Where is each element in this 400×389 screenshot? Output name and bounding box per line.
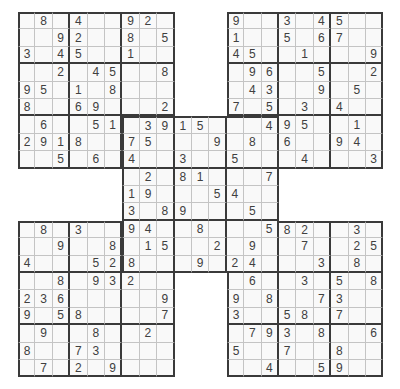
sudoku-cell-top_left-r1c3[interactable] <box>53 12 70 29</box>
sudoku-cell-top_right-r5c9[interactable] <box>366 82 383 99</box>
sudoku-cell-top_right-r7c6[interactable] <box>314 116 331 133</box>
sudoku-cell-top_right-r3c4[interactable] <box>279 47 296 64</box>
sudoku-cell-bottom_right-r9c8[interactable] <box>349 360 366 377</box>
sudoku-cell-top_right-r1c5[interactable] <box>296 12 313 29</box>
sudoku-cell-center-r2c9[interactable] <box>262 134 279 151</box>
sudoku-cell-top_left-r1c5[interactable] <box>88 12 105 29</box>
sudoku-cell-center-r6c5[interactable] <box>192 203 209 220</box>
sudoku-cell-top_right-r9c5: 4 <box>296 151 313 168</box>
sudoku-cell-bottom_left-r9c1[interactable] <box>18 360 35 377</box>
sudoku-cell-bottom_right-r6c5: 8 <box>296 308 313 325</box>
sudoku-cell-top_left-r4c2[interactable] <box>35 64 52 81</box>
sudoku-cell-center-r7c9: 5 <box>262 221 279 238</box>
sudoku-cell-bottom_left-r2c6: 8 <box>105 238 122 255</box>
sudoku-cell-center-r1c7[interactable] <box>227 116 244 133</box>
sudoku-cell-top_left-r2c8[interactable] <box>140 29 157 46</box>
sudoku-cell-top_left-r2c5[interactable] <box>88 29 105 46</box>
sudoku-cell-top_left-r1c9[interactable] <box>157 12 174 29</box>
sudoku-cell-center-r6c9[interactable] <box>262 203 279 220</box>
sudoku-cell-top_left-r2c2[interactable] <box>35 29 52 46</box>
sudoku-cell-center-r2c3[interactable] <box>157 134 174 151</box>
sudoku-cell-center-r6c7[interactable] <box>227 203 244 220</box>
sudoku-cell-bottom_left-r8c9[interactable] <box>157 343 174 360</box>
sudoku-cell-top_left-r1c6[interactable] <box>105 12 122 29</box>
sudoku-cell-top_left-r3c2[interactable] <box>35 47 52 64</box>
sudoku-cell-center-r1c4: 1 <box>175 116 192 133</box>
sudoku-cell-center-r9c2[interactable] <box>140 256 157 273</box>
sudoku-cell-top_right-r2c8[interactable] <box>349 29 366 46</box>
sudoku-cell-top_right-r9c4[interactable] <box>279 151 296 168</box>
sudoku-cell-top_right-r2c9[interactable] <box>366 29 383 46</box>
sudoku-cell-top_left-r2c4: 2 <box>70 29 87 46</box>
sudoku-cell-bottom_right-r8c8[interactable] <box>349 343 366 360</box>
sudoku-cell-center-r6c6[interactable] <box>209 203 226 220</box>
sudoku-cell-top_left-r7c4[interactable] <box>70 116 87 133</box>
sudoku-cell-bottom_right-r9c7: 9 <box>331 360 348 377</box>
sudoku-cell-center-r5c9[interactable] <box>262 186 279 203</box>
sudoku-cell-center-r7c4[interactable] <box>175 221 192 238</box>
sudoku-cell-top_right-r5c5[interactable] <box>296 82 313 99</box>
sudoku-cell-center-r5c3[interactable] <box>157 186 174 203</box>
sudoku-cell-top_left-r3c6[interactable] <box>105 47 122 64</box>
sudoku-cell-bottom_right-r1c6[interactable] <box>314 221 331 238</box>
sudoku-cell-top_left-r8c2: 9 <box>35 134 52 151</box>
sudoku-cell-top_left-r9c6[interactable] <box>105 151 122 168</box>
sudoku-cell-center-r6c8: 5 <box>244 203 261 220</box>
sudoku-cell-top_right-r7c4: 9 <box>279 116 296 133</box>
sudoku-cell-bottom_left-r9c7[interactable] <box>122 360 139 377</box>
sudoku-cell-bottom_right-r7c5[interactable] <box>296 325 313 342</box>
sudoku-cell-top_left-r6c9: 2 <box>157 99 174 116</box>
sudoku-cell-top_right-r7c9[interactable] <box>366 116 383 133</box>
sudoku-cell-bottom_right-r6c4: 5 <box>279 308 296 325</box>
sudoku-cell-center-r3c6[interactable] <box>209 151 226 168</box>
sudoku-cell-center-r5c4[interactable] <box>175 186 192 203</box>
sudoku-cell-bottom_right-r3c9[interactable] <box>366 256 383 273</box>
sudoku-cell-top_left-r2c6[interactable] <box>105 29 122 46</box>
sudoku-cell-bottom_right-r6c7: 7 <box>331 308 348 325</box>
sudoku-cell-center-r3c2[interactable] <box>140 151 157 168</box>
sudoku-cell-bottom_left-r3c4[interactable] <box>70 256 87 273</box>
sudoku-cell-bottom_left-r4c7: 2 <box>122 273 139 290</box>
sudoku-cell-bottom_right-r5c8[interactable] <box>349 290 366 307</box>
sudoku-cell-top_right-r3c6[interactable] <box>314 47 331 64</box>
sudoku-cell-center-r4c5: 1 <box>192 169 209 186</box>
sudoku-cell-top_right-r1c9[interactable] <box>366 12 383 29</box>
sudoku-cell-top_right-r6c7: 4 <box>331 99 348 116</box>
sudoku-cell-center-r5c8[interactable] <box>244 186 261 203</box>
sudoku-cell-bottom_left-r4c2[interactable] <box>35 273 52 290</box>
sudoku-cell-top_left-r7c6: 1 <box>105 116 122 133</box>
sudoku-cell-top_right-r3c8[interactable] <box>349 47 366 64</box>
sudoku-cell-center-r1c1[interactable] <box>122 116 139 133</box>
sudoku-cell-bottom_left-r5c2: 3 <box>35 290 52 307</box>
sudoku-cell-bottom_left-r6c5[interactable] <box>88 308 105 325</box>
sudoku-cell-center-r8c2: 1 <box>140 238 157 255</box>
sudoku-cell-bottom_left-r2c3: 9 <box>53 238 70 255</box>
sudoku-cell-bottom_right-r3c4[interactable] <box>279 256 296 273</box>
sudoku-cell-bottom_right-r9c4[interactable] <box>279 360 296 377</box>
sudoku-cell-top_right-r2c2[interactable] <box>244 29 261 46</box>
sudoku-cell-bottom_right-r4c3[interactable] <box>262 273 279 290</box>
sudoku-cell-bottom_right-r1c7[interactable] <box>331 221 348 238</box>
sudoku-cell-bottom_left-r6c4: 8 <box>70 308 87 325</box>
sudoku-cell-bottom_left-r4c8[interactable] <box>140 273 157 290</box>
sudoku-cell-top_right-r5c6: 9 <box>314 82 331 99</box>
sudoku-cell-top_left-r6c5: 9 <box>88 99 105 116</box>
sudoku-cell-bottom_right-r8c6[interactable] <box>314 343 331 360</box>
sudoku-cell-center-r9c8: 4 <box>244 256 261 273</box>
sudoku-cell-top_right-r5c1[interactable] <box>227 82 244 99</box>
sudoku-cell-top_left-r7c2: 6 <box>35 116 52 133</box>
sudoku-cell-bottom_left-r1c6[interactable] <box>105 221 122 238</box>
sudoku-cell-top_left-r3c5[interactable] <box>88 47 105 64</box>
sudoku-cell-center-r3c7: 5 <box>227 151 244 168</box>
sudoku-cell-top_left-r8c3: 1 <box>53 134 70 151</box>
sudoku-cell-top_left-r7c1[interactable] <box>18 116 35 133</box>
sudoku-cell-top_left-r1c1[interactable] <box>18 12 35 29</box>
sudoku-cell-bottom_right-r6c2[interactable] <box>244 308 261 325</box>
sudoku-cell-top_right-r4c9: 2 <box>366 64 383 81</box>
sudoku-cell-top_left-r8c4: 8 <box>70 134 87 151</box>
sudoku-cell-top_left-r4c1[interactable] <box>18 64 35 81</box>
sudoku-cell-bottom_left-r4c1[interactable] <box>18 273 35 290</box>
sudoku-cell-bottom_right-r6c9[interactable] <box>366 308 383 325</box>
sudoku-cell-top_right-r8c5[interactable] <box>296 134 313 151</box>
sudoku-cell-center-r4c1[interactable] <box>122 169 139 186</box>
sudoku-cell-bottom_left-r8c4: 7 <box>70 343 87 360</box>
sudoku-cell-bottom_left-r1c3[interactable] <box>53 221 70 238</box>
sudoku-cell-bottom_left-r3c2[interactable] <box>35 256 52 273</box>
sudoku-cell-top_left-r3c8[interactable] <box>140 47 157 64</box>
sudoku-cell-top_left-r9c3: 5 <box>53 151 70 168</box>
sudoku-cell-bottom_left-r5c5[interactable] <box>88 290 105 307</box>
sudoku-cell-center-r4c3[interactable] <box>157 169 174 186</box>
sudoku-cell-top_left-r5c9[interactable] <box>157 82 174 99</box>
sudoku-cell-top_right-r4c5[interactable] <box>296 64 313 81</box>
sudoku-cell-top_right-r2c3[interactable] <box>262 29 279 46</box>
sudoku-cell-center-r3c8[interactable] <box>244 151 261 168</box>
sudoku-cell-center-r1c2: 3 <box>140 116 157 133</box>
sudoku-cell-top_right-r5c3: 3 <box>262 82 279 99</box>
sudoku-cell-top_left-r2c1[interactable] <box>18 29 35 46</box>
sudoku-cell-top_right-r9c9: 3 <box>366 151 383 168</box>
sudoku-cell-center-r4c8[interactable] <box>244 169 261 186</box>
sudoku-cell-bottom_left-r2c2[interactable] <box>35 238 52 255</box>
sudoku-cell-bottom_left-r5c1: 2 <box>18 290 35 307</box>
sudoku-cell-bottom_right-r2c9: 5 <box>366 238 383 255</box>
sudoku-cell-center-r4c6[interactable] <box>209 169 226 186</box>
sudoku-cell-bottom_right-r3c5[interactable] <box>296 256 313 273</box>
sudoku-cell-top_right-r6c6[interactable] <box>314 99 331 116</box>
sudoku-cell-top_right-r1c4: 3 <box>279 12 296 29</box>
sudoku-cell-top_right-r1c6: 4 <box>314 12 331 29</box>
sudoku-cell-bottom_right-r4c8[interactable] <box>349 273 366 290</box>
sudoku-cell-center-r9c6[interactable] <box>209 256 226 273</box>
sudoku-cell-top_left-r6c7[interactable] <box>122 99 139 116</box>
sudoku-cell-bottom_right-r6c1: 3 <box>227 308 244 325</box>
sudoku-cell-bottom_left-r4c4[interactable] <box>70 273 87 290</box>
sudoku-cell-center-r8c6: 2 <box>209 238 226 255</box>
sudoku-cell-bottom_left-r2c1[interactable] <box>18 238 35 255</box>
sudoku-cell-top_right-r5c2: 4 <box>244 82 261 99</box>
sudoku-cell-top_right-r1c7: 5 <box>331 12 348 29</box>
sudoku-cell-bottom_left-r8c6[interactable] <box>105 343 122 360</box>
sudoku-cell-bottom_left-r7c3[interactable] <box>53 325 70 342</box>
sudoku-cell-bottom_left-r5c3: 6 <box>53 290 70 307</box>
sudoku-cell-bottom_left-r7c1[interactable] <box>18 325 35 342</box>
sudoku-cell-center-r8c9[interactable] <box>262 238 279 255</box>
sudoku-cell-bottom_left-r7c5: 8 <box>88 325 105 342</box>
sudoku-cell-top_right-r9c7[interactable] <box>331 151 348 168</box>
sudoku-cell-top_left-r4c4[interactable] <box>70 64 87 81</box>
sudoku-cell-top_right-r5c4[interactable] <box>279 82 296 99</box>
sudoku-cell-bottom_right-r5c9[interactable] <box>366 290 383 307</box>
sudoku-cell-bottom_left-r2c4[interactable] <box>70 238 87 255</box>
sudoku-cell-top_left-r3c9[interactable] <box>157 47 174 64</box>
sudoku-cell-top_left-r6c3[interactable] <box>53 99 70 116</box>
sudoku-cell-bottom_left-r9c6: 9 <box>105 360 122 377</box>
sudoku-cell-center-r9c4[interactable] <box>175 256 192 273</box>
sudoku-cell-top_right-r3c5: 1 <box>296 47 313 64</box>
sudoku-cell-bottom_left-r3c3[interactable] <box>53 256 70 273</box>
sudoku-cell-top_right-r6c8[interactable] <box>349 99 366 116</box>
sudoku-cell-top_left-r1c4: 4 <box>70 12 87 29</box>
sudoku-cell-bottom_right-r9c3: 4 <box>262 360 279 377</box>
sudoku-cell-top_right-r1c1: 9 <box>227 12 244 29</box>
sudoku-cell-bottom_left-r6c3: 5 <box>53 308 70 325</box>
sudoku-cell-center-r9c9[interactable] <box>262 256 279 273</box>
sudoku-cell-top_right-r7c7[interactable] <box>331 116 348 133</box>
sudoku-cell-center-r3c3[interactable] <box>157 151 174 168</box>
sudoku-cell-bottom_right-r9c5[interactable] <box>296 360 313 377</box>
sudoku-cell-bottom_right-r2c7[interactable] <box>331 238 348 255</box>
sudoku-cell-top_right-r9c6[interactable] <box>314 151 331 168</box>
sudoku-cell-top_right-r2c6: 6 <box>314 29 331 46</box>
sudoku-cell-top_right-r1c8[interactable] <box>349 12 366 29</box>
sudoku-cell-bottom_left-r1c1[interactable] <box>18 221 35 238</box>
sudoku-cell-center-r2c2: 5 <box>140 134 157 151</box>
sudoku-cell-bottom_right-r8c5[interactable] <box>296 343 313 360</box>
sudoku-cell-top_left-r5c5[interactable] <box>88 82 105 99</box>
sudoku-cell-top_right-r6c9[interactable] <box>366 99 383 116</box>
sudoku-cell-top_right-r4c7[interactable] <box>331 64 348 81</box>
sudoku-cell-top_left-r4c5: 4 <box>88 64 105 81</box>
sudoku-cell-top_right-r9c8[interactable] <box>349 151 366 168</box>
sudoku-cell-bottom_right-r9c9[interactable] <box>366 360 383 377</box>
sudoku-cell-bottom_right-r3c7[interactable] <box>331 256 348 273</box>
sudoku-cell-bottom_left-r8c8[interactable] <box>140 343 157 360</box>
sudoku-cell-center-r6c4: 9 <box>175 203 192 220</box>
sudoku-cell-bottom_left-r9c3[interactable] <box>53 360 70 377</box>
sudoku-cell-top_left-r4c8[interactable] <box>140 64 157 81</box>
sudoku-cell-top_right-r8c8: 4 <box>349 134 366 151</box>
sudoku-cell-bottom_left-r7c7[interactable] <box>122 325 139 342</box>
sudoku-cell-bottom_right-r8c2[interactable] <box>244 343 261 360</box>
sudoku-cell-bottom_right-r7c1[interactable] <box>227 325 244 342</box>
sudoku-cell-top_right-r1c3[interactable] <box>262 12 279 29</box>
sudoku-cell-top_left-r5c8[interactable] <box>140 82 157 99</box>
sudoku-cell-top_right-r2c5[interactable] <box>296 29 313 46</box>
sudoku-cell-bottom_right-r8c3[interactable] <box>262 343 279 360</box>
sudoku-cell-center-r8c7[interactable] <box>227 238 244 255</box>
sudoku-cell-top_left-r4c7[interactable] <box>122 64 139 81</box>
sudoku-cell-center-r1c6[interactable] <box>209 116 226 133</box>
sudoku-cell-center-r2c8: 8 <box>244 134 261 151</box>
sudoku-cell-top_right-r6c2[interactable] <box>244 99 261 116</box>
sudoku-cell-center-r3c9[interactable] <box>262 151 279 168</box>
sudoku-cell-bottom_left-r7c6[interactable] <box>105 325 122 342</box>
sudoku-cell-bottom_right-r6c6[interactable] <box>314 308 331 325</box>
sudoku-cell-top_left-r2c7: 8 <box>122 29 139 46</box>
sudoku-cell-bottom_left-r5c4[interactable] <box>70 290 87 307</box>
sudoku-cell-bottom_right-r6c8[interactable] <box>349 308 366 325</box>
sudoku-cell-center-r5c5[interactable] <box>192 186 209 203</box>
sudoku-cell-top_left-r4c9: 8 <box>157 64 174 81</box>
sudoku-cell-bottom_left-r5c8[interactable] <box>140 290 157 307</box>
sudoku-cell-center-r2c7[interactable] <box>227 134 244 151</box>
sudoku-cell-bottom_left-r6c6[interactable] <box>105 308 122 325</box>
sudoku-cell-center-r8c5[interactable] <box>192 238 209 255</box>
sudoku-cell-center-r8c4[interactable] <box>175 238 192 255</box>
sudoku-cell-top_left-r2c9: 5 <box>157 29 174 46</box>
sudoku-cell-bottom_right-r4c1[interactable] <box>227 273 244 290</box>
sudoku-cell-center-r7c8[interactable] <box>244 221 261 238</box>
sudoku-cell-top_right-r5c8: 5 <box>349 82 366 99</box>
sudoku-cell-center-r3c5[interactable] <box>192 151 209 168</box>
sudoku-cell-top_left-r5c2: 5 <box>35 82 52 99</box>
sudoku-cell-top_left-r7c3[interactable] <box>53 116 70 133</box>
sudoku-cell-bottom_right-r5c5[interactable] <box>296 290 313 307</box>
sudoku-cell-bottom_left-r4c9[interactable] <box>157 273 174 290</box>
sudoku-cell-bottom_left-r6c7[interactable] <box>122 308 139 325</box>
sudoku-cell-bottom_left-r6c8[interactable] <box>140 308 157 325</box>
sudoku-cell-center-r6c2[interactable] <box>140 203 157 220</box>
sudoku-cell-top_left-r3c1: 3 <box>18 47 35 64</box>
sudoku-cell-top_left-r9c2[interactable] <box>35 151 52 168</box>
sudoku-cell-top_right-r6c3: 5 <box>262 99 279 116</box>
sudoku-cell-top_right-r4c6: 5 <box>314 64 331 81</box>
sudoku-cell-bottom_left-r9c8[interactable] <box>140 360 157 377</box>
sudoku-cell-bottom_right-r3c6: 3 <box>314 256 331 273</box>
sudoku-cell-bottom_left-r5c7[interactable] <box>122 290 139 307</box>
sudoku-cell-bottom_right-r1c5: 2 <box>296 221 313 238</box>
sudoku-cell-top_left-r5c3[interactable] <box>53 82 70 99</box>
sudoku-cell-top_left-r6c8[interactable] <box>140 99 157 116</box>
sudoku-cell-bottom_left-r2c5[interactable] <box>88 238 105 255</box>
sudoku-cell-top_right-r4c1[interactable] <box>227 64 244 81</box>
sudoku-cell-bottom_right-r9c1[interactable] <box>227 360 244 377</box>
sudoku-cell-bottom_left-r8c2[interactable] <box>35 343 52 360</box>
sudoku-cell-top_right-r8c6[interactable] <box>314 134 331 151</box>
sudoku-cell-bottom_left-r9c2: 7 <box>35 360 52 377</box>
sudoku-cell-bottom_right-r2c4[interactable] <box>279 238 296 255</box>
sudoku-cell-top_left-r8c5[interactable] <box>88 134 105 151</box>
sudoku-cell-top_left-r6c2[interactable] <box>35 99 52 116</box>
sudoku-cell-top_right-r3c7[interactable] <box>331 47 348 64</box>
sudoku-cell-center-r1c8[interactable] <box>244 116 261 133</box>
sudoku-cell-center-r7c2: 4 <box>140 221 157 238</box>
sudoku-cell-top_right-r8c9[interactable] <box>366 134 383 151</box>
sudoku-cell-center-r4c2: 2 <box>140 169 157 186</box>
sudoku-cell-bottom_left-r1c5[interactable] <box>88 221 105 238</box>
sudoku-cell-top_left-r4c3: 2 <box>53 64 70 81</box>
sudoku-cell-bottom_left-r9c5[interactable] <box>88 360 105 377</box>
sudoku-cell-center-r4c7[interactable] <box>227 169 244 186</box>
sudoku-cell-top_left-r5c1: 9 <box>18 82 35 99</box>
sudoku-cell-top_right-r3c3[interactable] <box>262 47 279 64</box>
sudoku-cell-bottom_right-r6c3[interactable] <box>262 308 279 325</box>
sudoku-cell-top_right-r6c4[interactable] <box>279 99 296 116</box>
sudoku-cell-top_right-r4c4[interactable] <box>279 64 296 81</box>
sudoku-cell-top_left-r8c1: 2 <box>18 134 35 151</box>
sudoku-cell-bottom_right-r8c9[interactable] <box>366 343 383 360</box>
sudoku-cell-bottom_right-r8c7: 8 <box>331 343 348 360</box>
sudoku-cell-top_right-r7c5: 5 <box>296 116 313 133</box>
sudoku-cell-bottom_right-r1c9[interactable] <box>366 221 383 238</box>
sudoku-cell-bottom_left-r8c7[interactable] <box>122 343 139 360</box>
sudoku-cell-top_left-r5c7[interactable] <box>122 82 139 99</box>
sudoku-cell-top_right-r3c2: 5 <box>244 47 261 64</box>
sudoku-cell-bottom_left-r7c2: 9 <box>35 325 52 342</box>
sudoku-cell-bottom_left-r7c4[interactable] <box>70 325 87 342</box>
sudoku-cell-center-r2c4[interactable] <box>175 134 192 151</box>
sudoku-cell-bottom_right-r7c8[interactable] <box>349 325 366 342</box>
sudoku-cell-top_left-r1c8: 2 <box>140 12 157 29</box>
sudoku-cell-center-r7c5: 8 <box>192 221 209 238</box>
sudoku-cell-bottom_right-r4c2: 6 <box>244 273 261 290</box>
sudoku-cell-center-r8c1[interactable] <box>122 238 139 255</box>
sudoku-cell-top_right-r4c3: 6 <box>262 64 279 81</box>
sudoku-cell-bottom_right-r2c6[interactable] <box>314 238 331 255</box>
sudoku-cell-bottom_left-r8c1: 8 <box>18 343 35 360</box>
sudoku-cell-center-r7c6[interactable] <box>209 221 226 238</box>
sudoku-cell-top_left-r8c6[interactable] <box>105 134 122 151</box>
sudoku-cell-bottom_left-r6c2[interactable] <box>35 308 52 325</box>
sudoku-cell-center-r3c4: 3 <box>175 151 192 168</box>
sudoku-cell-bottom_right-r5c4[interactable] <box>279 290 296 307</box>
sudoku-cell-top_left-r5c4: 1 <box>70 82 87 99</box>
sudoku-cell-top_right-r5c7[interactable] <box>331 82 348 99</box>
sudoku-cell-bottom_left-r7c9[interactable] <box>157 325 174 342</box>
sudoku-cell-top_left-r9c1[interactable] <box>18 151 35 168</box>
sudoku-cell-top_right-r1c2[interactable] <box>244 12 261 29</box>
sudoku-cell-bottom_right-r5c1: 9 <box>227 290 244 307</box>
sudoku-cell-bottom_right-r9c2[interactable] <box>244 360 261 377</box>
sudoku-cell-bottom_left-r8c5: 3 <box>88 343 105 360</box>
sudoku-cell-top_left-r9c4[interactable] <box>70 151 87 168</box>
sudoku-cell-bottom_right-r7c7[interactable] <box>331 325 348 342</box>
sudoku-cell-center-r8c8: 9 <box>244 238 261 255</box>
sudoku-cell-top_right-r2c7: 7 <box>331 29 348 46</box>
sudoku-cell-bottom_left-r5c6[interactable] <box>105 290 122 307</box>
sudoku-cell-center-r7c3[interactable] <box>157 221 174 238</box>
sudoku-cell-center-r9c3[interactable] <box>157 256 174 273</box>
sudoku-cell-bottom_right-r3c8: 8 <box>349 256 366 273</box>
sudoku-cell-top_left-r6c1: 8 <box>18 99 35 116</box>
sudoku-cell-bottom_left-r8c3[interactable] <box>53 343 70 360</box>
sudoku-cell-bottom_right-r4c4[interactable] <box>279 273 296 290</box>
sudoku-cell-bottom_right-r4c6[interactable] <box>314 273 331 290</box>
sudoku-cell-bottom_right-r5c2[interactable] <box>244 290 261 307</box>
sudoku-cell-center-r2c1: 7 <box>122 134 139 151</box>
sudoku-cell-center-r5c6: 5 <box>209 186 226 203</box>
sudoku-cell-top_right-r4c8[interactable] <box>349 64 366 81</box>
sudoku-cell-center-r2c5[interactable] <box>192 134 209 151</box>
sudoku-cell-center-r7c7[interactable] <box>227 221 244 238</box>
sudoku-cell-bottom_left-r9c9[interactable] <box>157 360 174 377</box>
sudoku-cell-top_left-r6c6[interactable] <box>105 99 122 116</box>
